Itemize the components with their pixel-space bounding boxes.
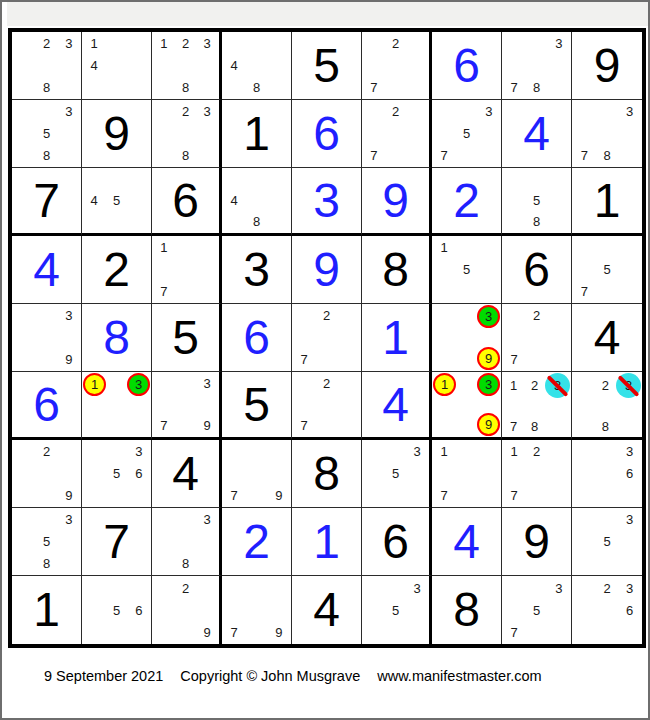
candidate-grid: 358 xyxy=(13,509,80,574)
candidate-3: 3 xyxy=(618,441,641,463)
candidate-3: 3 xyxy=(406,441,428,463)
candidate-grid: 358 xyxy=(13,101,80,166)
cell-r2c2[interactable]: 9 xyxy=(82,100,152,168)
cell-r4c8[interactable]: 6 xyxy=(502,236,572,304)
candidate-1: 1 xyxy=(503,373,524,398)
candidate-grid: 17 xyxy=(153,237,218,302)
cell-r8c6[interactable]: 6 xyxy=(362,508,432,576)
solved-digit: 2 xyxy=(222,508,291,575)
cell-r6c9[interactable]: 238 xyxy=(572,372,642,440)
candidate-1: 1 xyxy=(433,373,456,396)
cell-r8c4[interactable]: 2 xyxy=(222,508,292,576)
cell-r5c7[interactable]: 39 xyxy=(432,304,502,372)
cell-r2c8[interactable]: 4 xyxy=(502,100,572,168)
candidate-8: 8 xyxy=(596,144,619,166)
cell-r9c8[interactable]: 357 xyxy=(502,576,572,644)
chain-mark-green: 3 xyxy=(477,373,500,396)
candidate-3: 3 xyxy=(548,33,570,55)
candidate-4: 4 xyxy=(223,55,245,77)
candidate-3: 3 xyxy=(477,373,500,396)
candidate-6: 6 xyxy=(128,463,150,485)
candidate-7: 7 xyxy=(503,76,525,98)
eliminated-candidate: 3 xyxy=(616,373,641,398)
candidate-8: 8 xyxy=(245,211,267,232)
cell-r6c5[interactable]: 27 xyxy=(292,372,362,440)
cell-r6c6[interactable]: 4 xyxy=(362,372,432,440)
cell-r5c3[interactable]: 5 xyxy=(152,304,222,372)
cell-r1c9[interactable]: 9 xyxy=(572,32,642,100)
candidate-5: 5 xyxy=(105,463,127,485)
candidate-grid: 29 xyxy=(13,441,80,506)
candidate-grid: 378 xyxy=(573,101,641,166)
given-digit: 2 xyxy=(82,236,151,303)
candidate-2: 2 xyxy=(175,101,197,123)
chain-mark-yellow: 1 xyxy=(433,373,456,396)
candidate-1: 1 xyxy=(153,33,175,55)
candidate-3: 3 xyxy=(58,101,80,123)
candidate-7: 7 xyxy=(503,417,524,436)
candidate-1: 1 xyxy=(83,373,106,396)
candidate-grid: 56 xyxy=(83,577,150,643)
solved-digit: 8 xyxy=(82,304,151,371)
candidate-8: 8 xyxy=(35,76,57,98)
candidate-3: 3 xyxy=(618,577,641,599)
candidate-5: 5 xyxy=(596,531,619,553)
cell-r3c9[interactable]: 1 xyxy=(572,168,642,236)
candidate-2: 2 xyxy=(315,305,337,327)
given-digit: 1 xyxy=(222,100,291,167)
given-digit: 9 xyxy=(572,32,642,99)
given-digit: 8 xyxy=(292,440,361,507)
candidate-grid: 357 xyxy=(433,101,500,166)
given-digit: 9 xyxy=(502,508,571,575)
cell-r2c5[interactable]: 6 xyxy=(292,100,362,168)
solved-digit: 6 xyxy=(292,100,361,167)
cell-r5c5[interactable]: 27 xyxy=(292,304,362,372)
candidate-grid: 238 xyxy=(153,101,218,166)
cell-r7c9[interactable]: 36 xyxy=(572,440,642,508)
chain-mark-green: 3 xyxy=(127,373,150,396)
cell-r4c3[interactable]: 17 xyxy=(152,236,222,304)
candidate-grid: 29 xyxy=(153,577,218,643)
cell-r5c1[interactable]: 39 xyxy=(12,304,82,372)
given-digit: 5 xyxy=(152,304,219,371)
given-digit: 5 xyxy=(292,32,361,99)
cell-r6c7[interactable]: 139 xyxy=(432,372,502,440)
candidate-5: 5 xyxy=(105,599,127,621)
cell-r4c9[interactable]: 57 xyxy=(572,236,642,304)
solved-digit: 6 xyxy=(432,32,501,99)
candidate-4: 4 xyxy=(83,55,105,77)
candidate-grid: 38 xyxy=(153,509,218,574)
candidate-4: 4 xyxy=(83,190,105,211)
cell-r1c2[interactable]: 14 xyxy=(82,32,152,100)
footer-date: 9 September 2021 xyxy=(44,668,163,684)
given-digit: 7 xyxy=(82,508,151,575)
candidate-1: 1 xyxy=(503,441,525,463)
candidate-8: 8 xyxy=(35,144,57,166)
candidate-3: 3 xyxy=(196,33,218,55)
cell-r1c6[interactable]: 27 xyxy=(362,32,432,100)
solved-digit: 4 xyxy=(362,372,429,437)
candidate-2: 2 xyxy=(524,373,545,398)
solved-digit: 9 xyxy=(362,168,429,233)
candidate-3: 3 xyxy=(58,305,80,327)
cell-r2c7[interactable]: 357 xyxy=(432,100,502,168)
given-digit: 6 xyxy=(152,168,219,233)
given-digit: 1 xyxy=(12,576,81,644)
candidate-5: 5 xyxy=(105,190,127,211)
candidate-7: 7 xyxy=(503,348,525,370)
candidate-grid: 1238 xyxy=(153,33,218,98)
candidate-2: 2 xyxy=(35,441,57,463)
candidate-7: 7 xyxy=(223,621,245,643)
cell-r4c1[interactable]: 4 xyxy=(12,236,82,304)
cell-r7c4[interactable]: 79 xyxy=(222,440,292,508)
candidate-8: 8 xyxy=(245,76,267,98)
given-digit: 9 xyxy=(82,100,151,167)
candidate-grid: 356 xyxy=(83,441,150,506)
candidate-2: 2 xyxy=(385,33,407,55)
candidate-9: 9 xyxy=(58,484,80,506)
candidate-grid: 79 xyxy=(223,577,290,643)
candidate-2: 2 xyxy=(595,373,617,398)
candidate-8: 8 xyxy=(525,76,547,98)
solved-digit: 6 xyxy=(222,304,291,371)
sudoku-board: 2381412384852763789358923816273574378745… xyxy=(8,28,646,648)
cell-r8c7[interactable]: 4 xyxy=(432,508,502,576)
given-digit: 8 xyxy=(362,236,429,303)
candidate-4: 4 xyxy=(223,190,245,211)
candidate-9: 9 xyxy=(58,348,80,370)
solved-digit: 4 xyxy=(432,508,501,575)
candidate-6: 6 xyxy=(128,599,150,621)
candidate-grid: 15 xyxy=(433,237,500,302)
given-digit: 6 xyxy=(362,508,429,575)
cell-r8c1[interactable]: 358 xyxy=(12,508,82,576)
cell-r7c8[interactable]: 127 xyxy=(502,440,572,508)
cell-r1c7[interactable]: 6 xyxy=(432,32,502,100)
candidate-7: 7 xyxy=(363,144,385,166)
cell-r7c6[interactable]: 35 xyxy=(362,440,432,508)
candidate-7: 7 xyxy=(503,621,525,643)
given-digit: 5 xyxy=(222,372,291,437)
given-digit: 7 xyxy=(12,168,81,233)
cell-r7c5[interactable]: 8 xyxy=(292,440,362,508)
candidate-grid: 127 xyxy=(503,441,570,506)
footer-website[interactable]: www.manifestmaster.com xyxy=(377,668,541,684)
cell-r6c3[interactable]: 379 xyxy=(152,372,222,440)
candidate-9: 9 xyxy=(477,413,500,436)
candidate-7: 7 xyxy=(433,144,455,166)
cell-r8c2[interactable]: 7 xyxy=(82,508,152,576)
candidate-1: 1 xyxy=(83,33,105,55)
candidate-6: 6 xyxy=(618,599,641,621)
cell-r3c8[interactable]: 58 xyxy=(502,168,572,236)
cell-r1c1[interactable]: 238 xyxy=(12,32,82,100)
candidate-2: 2 xyxy=(315,373,337,394)
candidate-grid: 27 xyxy=(503,305,570,370)
candidate-3: 3 xyxy=(58,33,80,55)
candidate-1: 1 xyxy=(433,237,455,259)
solved-digit: 3 xyxy=(292,168,361,233)
cell-r2c4[interactable]: 1 xyxy=(222,100,292,168)
candidate-grid: 27 xyxy=(363,33,428,98)
given-digit: 4 xyxy=(292,576,361,644)
candidate-grid: 236 xyxy=(573,577,641,643)
top-strip xyxy=(7,2,648,26)
candidate-grid: 27 xyxy=(293,305,360,370)
cell-r3c7[interactable]: 2 xyxy=(432,168,502,236)
cell-r3c1[interactable]: 7 xyxy=(12,168,82,236)
candidate-grid: 238 xyxy=(573,373,641,436)
cell-r1c3[interactable]: 1238 xyxy=(152,32,222,100)
cell-r6c1[interactable]: 6 xyxy=(12,372,82,440)
cell-r2c3[interactable]: 238 xyxy=(152,100,222,168)
cell-r8c8[interactable]: 9 xyxy=(502,508,572,576)
candidate-grid: 39 xyxy=(433,305,500,370)
candidate-3: 3 xyxy=(478,101,500,123)
cell-r9c2[interactable]: 56 xyxy=(82,576,152,644)
puzzle-page: 2381412384852763789358923816273574378745… xyxy=(0,0,650,720)
cell-r3c2[interactable]: 45 xyxy=(82,168,152,236)
solved-digit: 6 xyxy=(12,372,81,437)
cell-r8c5[interactable]: 1 xyxy=(292,508,362,576)
candidate-8: 8 xyxy=(595,417,617,436)
candidate-5: 5 xyxy=(525,599,547,621)
cell-r4c6[interactable]: 8 xyxy=(362,236,432,304)
candidate-3: 3 xyxy=(545,373,570,398)
candidate-7: 7 xyxy=(153,280,175,302)
cell-r4c7[interactable]: 15 xyxy=(432,236,502,304)
candidate-grid: 48 xyxy=(223,33,290,98)
candidate-3: 3 xyxy=(618,509,641,531)
solved-digit: 9 xyxy=(292,236,361,303)
candidate-3: 3 xyxy=(548,577,570,599)
candidate-7: 7 xyxy=(573,144,596,166)
cell-r7c2[interactable]: 356 xyxy=(82,440,152,508)
solved-digit: 4 xyxy=(502,100,571,167)
candidate-7: 7 xyxy=(503,484,525,506)
candidate-grid: 27 xyxy=(363,101,428,166)
candidate-3: 3 xyxy=(477,305,500,328)
cell-r5c8[interactable]: 27 xyxy=(502,304,572,372)
footer-copyright: Copyright © John Musgrave xyxy=(180,668,360,684)
given-digit: 1 xyxy=(572,168,642,233)
given-digit: 4 xyxy=(572,304,642,371)
candidate-grid: 79 xyxy=(223,441,290,506)
cell-r9c5[interactable]: 4 xyxy=(292,576,362,644)
cell-r5c2[interactable]: 8 xyxy=(82,304,152,372)
candidate-5: 5 xyxy=(455,123,477,145)
candidate-7: 7 xyxy=(433,484,455,506)
candidate-3: 3 xyxy=(406,577,428,599)
candidate-7: 7 xyxy=(293,348,315,370)
candidate-grid: 12378 xyxy=(503,373,570,436)
candidate-5: 5 xyxy=(596,259,619,281)
candidate-6: 6 xyxy=(618,463,641,485)
cell-r3c6[interactable]: 9 xyxy=(362,168,432,236)
cell-r3c3[interactable]: 6 xyxy=(152,168,222,236)
cell-r1c4[interactable]: 48 xyxy=(222,32,292,100)
candidate-7: 7 xyxy=(573,280,596,302)
candidate-grid: 45 xyxy=(83,169,150,232)
candidate-2: 2 xyxy=(525,305,547,327)
cell-r8c9[interactable]: 35 xyxy=(572,508,642,576)
candidate-2: 2 xyxy=(525,441,547,463)
candidate-8: 8 xyxy=(175,76,197,98)
candidate-grid: 48 xyxy=(223,169,290,232)
chain-mark-yellow: 1 xyxy=(83,373,106,396)
candidate-5: 5 xyxy=(385,463,407,485)
candidate-grid: 378 xyxy=(503,33,570,98)
candidate-9: 9 xyxy=(268,621,290,643)
candidate-9: 9 xyxy=(196,415,218,436)
candidate-grid: 17 xyxy=(433,441,500,506)
candidate-1: 1 xyxy=(153,237,175,259)
cell-r8c3[interactable]: 38 xyxy=(152,508,222,576)
given-digit: 3 xyxy=(222,236,291,303)
chain-mark-yellow: 9 xyxy=(477,347,500,370)
candidate-grid: 238 xyxy=(13,33,80,98)
candidate-grid: 58 xyxy=(503,169,570,232)
candidate-grid: 39 xyxy=(13,305,80,370)
candidate-grid: 36 xyxy=(573,441,641,506)
cell-r9c4[interactable]: 79 xyxy=(222,576,292,644)
candidate-3: 3 xyxy=(616,373,641,398)
candidate-2: 2 xyxy=(175,33,197,55)
candidate-grid: 57 xyxy=(573,237,641,302)
candidate-7: 7 xyxy=(293,415,315,436)
candidate-1: 1 xyxy=(433,441,455,463)
candidate-9: 9 xyxy=(477,347,500,370)
cell-r4c5[interactable]: 9 xyxy=(292,236,362,304)
candidate-7: 7 xyxy=(153,415,175,436)
candidate-grid: 14 xyxy=(83,33,150,98)
cell-r1c5[interactable]: 5 xyxy=(292,32,362,100)
candidate-3: 3 xyxy=(128,441,150,463)
candidate-3: 3 xyxy=(58,509,80,531)
candidate-3: 3 xyxy=(618,101,641,123)
cell-r9c3[interactable]: 29 xyxy=(152,576,222,644)
candidate-grid: 35 xyxy=(363,441,428,506)
cell-r6c2[interactable]: 13 xyxy=(82,372,152,440)
candidate-grid: 35 xyxy=(363,577,428,643)
cell-r7c1[interactable]: 29 xyxy=(12,440,82,508)
candidate-9: 9 xyxy=(268,484,290,506)
candidate-7: 7 xyxy=(363,76,385,98)
candidate-2: 2 xyxy=(385,101,407,123)
cell-r4c2[interactable]: 2 xyxy=(82,236,152,304)
candidate-2: 2 xyxy=(175,577,197,599)
candidate-7: 7 xyxy=(223,484,245,506)
candidate-grid: 35 xyxy=(573,509,641,574)
cell-r9c7[interactable]: 8 xyxy=(432,576,502,644)
candidate-3: 3 xyxy=(127,373,150,396)
given-digit: 8 xyxy=(432,576,501,644)
candidate-8: 8 xyxy=(524,417,545,436)
candidate-2: 2 xyxy=(35,33,57,55)
cell-r5c9[interactable]: 4 xyxy=(572,304,642,372)
cell-r1c8[interactable]: 378 xyxy=(502,32,572,100)
cell-r2c6[interactable]: 27 xyxy=(362,100,432,168)
candidate-5: 5 xyxy=(455,259,477,281)
cell-r7c3[interactable]: 4 xyxy=(152,440,222,508)
given-digit: 4 xyxy=(152,440,219,507)
candidate-8: 8 xyxy=(175,552,197,574)
candidate-9: 9 xyxy=(196,621,218,643)
candidate-grid: 379 xyxy=(153,373,218,436)
candidate-3: 3 xyxy=(196,373,218,394)
cell-r5c4[interactable]: 6 xyxy=(222,304,292,372)
cell-r3c5[interactable]: 3 xyxy=(292,168,362,236)
given-digit: 6 xyxy=(502,236,571,303)
candidate-grid: 357 xyxy=(503,577,570,643)
candidate-grid: 27 xyxy=(293,373,360,436)
cell-r2c1[interactable]: 358 xyxy=(12,100,82,168)
solved-digit: 4 xyxy=(12,236,81,303)
cell-r9c1[interactable]: 1 xyxy=(12,576,82,644)
candidate-8: 8 xyxy=(525,211,547,232)
cell-r9c6[interactable]: 35 xyxy=(362,576,432,644)
candidate-8: 8 xyxy=(175,144,197,166)
cell-r7c7[interactable]: 17 xyxy=(432,440,502,508)
candidate-5: 5 xyxy=(525,190,547,211)
candidate-8: 8 xyxy=(35,552,57,574)
cell-r2c9[interactable]: 378 xyxy=(572,100,642,168)
candidate-2: 2 xyxy=(596,577,619,599)
cell-r5c6[interactable]: 1 xyxy=(362,304,432,372)
cell-r6c4[interactable]: 5 xyxy=(222,372,292,440)
candidate-3: 3 xyxy=(196,509,218,531)
chain-mark-green: 3 xyxy=(477,305,500,328)
candidate-5: 5 xyxy=(385,599,407,621)
candidate-3: 3 xyxy=(196,101,218,123)
footer: 9 September 2021 Copyright © John Musgra… xyxy=(44,668,542,684)
solved-digit: 1 xyxy=(292,508,361,575)
candidate-5: 5 xyxy=(35,123,57,145)
chain-mark-yellow: 9 xyxy=(477,413,500,436)
candidate-5: 5 xyxy=(35,531,57,553)
solved-digit: 2 xyxy=(432,168,501,233)
candidate-grid: 139 xyxy=(433,373,500,436)
solved-digit: 1 xyxy=(362,304,429,371)
cell-r3c4[interactable]: 48 xyxy=(222,168,292,236)
cell-r9c9[interactable]: 236 xyxy=(572,576,642,644)
eliminated-candidate: 3 xyxy=(545,373,570,398)
candidate-grid: 13 xyxy=(83,373,150,436)
cell-r6c8[interactable]: 12378 xyxy=(502,372,572,440)
cell-r4c4[interactable]: 3 xyxy=(222,236,292,304)
